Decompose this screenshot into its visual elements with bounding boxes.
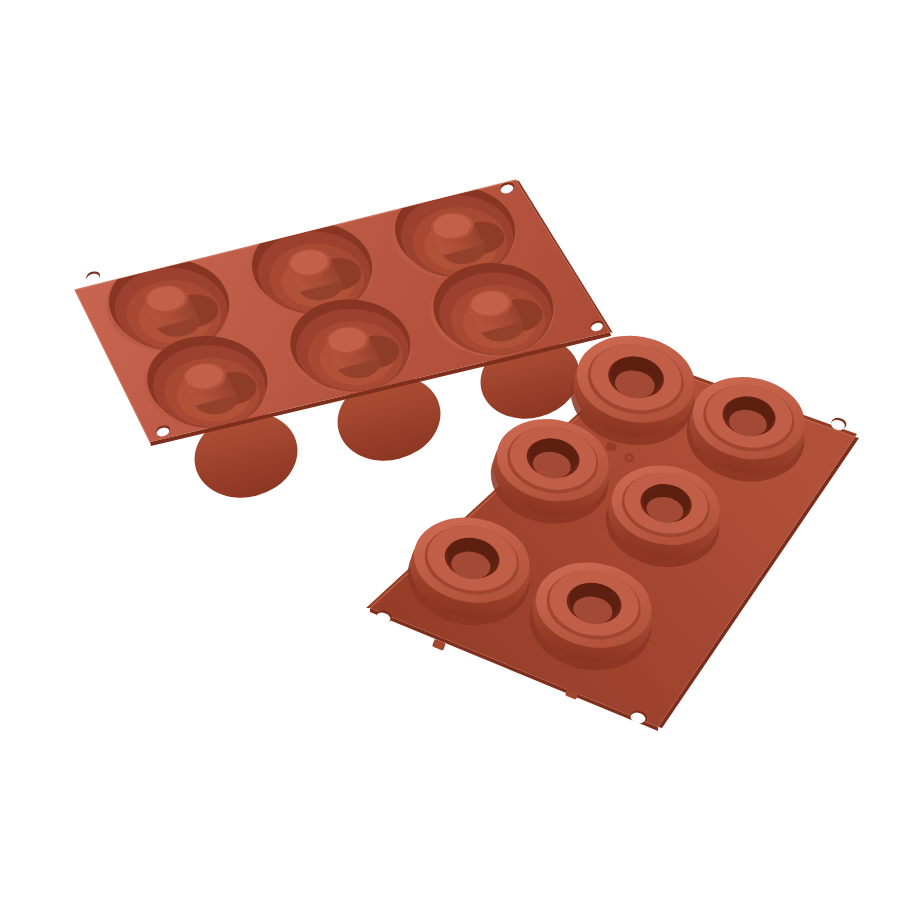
donut-molds-photo: [0, 0, 900, 900]
product-photo-canvas: [0, 0, 900, 900]
